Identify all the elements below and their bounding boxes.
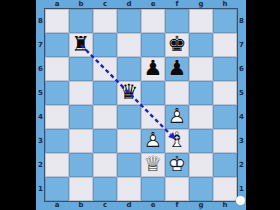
chess-board-frame: aabbccddeeffgghh8877665544332211 ♜♚♟♟♛♟♙… [36, 0, 246, 210]
square-e3[interactable] [141, 129, 165, 153]
rank-label-right-3: 3 [237, 129, 246, 153]
square-a6[interactable] [45, 57, 69, 81]
square-c2[interactable] [93, 153, 117, 177]
rank-label-right-2: 2 [237, 153, 246, 177]
square-f3[interactable] [165, 129, 189, 153]
square-f1[interactable] [165, 177, 189, 201]
square-h2[interactable] [213, 153, 237, 177]
square-d1[interactable] [117, 177, 141, 201]
square-a3[interactable] [45, 129, 69, 153]
square-b3[interactable] [69, 129, 93, 153]
square-c3[interactable] [93, 129, 117, 153]
square-h5[interactable] [213, 81, 237, 105]
square-g1[interactable] [189, 177, 213, 201]
square-a4[interactable] [45, 105, 69, 129]
rank-label-right-8: 8 [237, 9, 246, 33]
file-label-bottom-b: b [69, 201, 93, 210]
square-a8[interactable] [45, 9, 69, 33]
square-b8[interactable] [69, 9, 93, 33]
square-h8[interactable] [213, 9, 237, 33]
file-label-bottom-a: a [45, 201, 69, 210]
square-c6[interactable] [93, 57, 117, 81]
square-h3[interactable] [213, 129, 237, 153]
square-e7[interactable] [141, 33, 165, 57]
square-a2[interactable] [45, 153, 69, 177]
square-g8[interactable] [189, 9, 213, 33]
square-a7[interactable] [45, 33, 69, 57]
board-border: ♜♚♟♟♛♟♙♟♙♝♗♛♕♚♔ [44, 8, 238, 202]
square-g4[interactable] [189, 105, 213, 129]
square-d5[interactable] [117, 81, 141, 105]
square-a1[interactable] [45, 177, 69, 201]
square-c7[interactable] [93, 33, 117, 57]
square-b2[interactable] [69, 153, 93, 177]
square-g6[interactable] [189, 57, 213, 81]
square-c5[interactable] [93, 81, 117, 105]
square-b4[interactable] [69, 105, 93, 129]
file-label-bottom-h: h [213, 201, 237, 210]
square-d6[interactable] [117, 57, 141, 81]
square-d4[interactable] [117, 105, 141, 129]
square-d7[interactable] [117, 33, 141, 57]
square-g2[interactable] [189, 153, 213, 177]
square-e4[interactable] [141, 105, 165, 129]
rank-label-right-7: 7 [237, 33, 246, 57]
square-h1[interactable] [213, 177, 237, 201]
square-h4[interactable] [213, 105, 237, 129]
square-d2[interactable] [117, 153, 141, 177]
square-f8[interactable] [165, 9, 189, 33]
square-f6[interactable] [165, 57, 189, 81]
square-g7[interactable] [189, 33, 213, 57]
square-c8[interactable] [93, 9, 117, 33]
white-to-move-indicator [236, 196, 245, 205]
square-f5[interactable] [165, 81, 189, 105]
file-label-bottom-e: e [141, 201, 165, 210]
file-label-bottom-g: g [189, 201, 213, 210]
square-d8[interactable] [117, 9, 141, 33]
rank-label-right-5: 5 [237, 81, 246, 105]
square-c4[interactable] [93, 105, 117, 129]
square-c1[interactable] [93, 177, 117, 201]
square-g3[interactable] [189, 129, 213, 153]
square-e2[interactable] [141, 153, 165, 177]
file-label-bottom-d: d [117, 201, 141, 210]
square-h7[interactable] [213, 33, 237, 57]
file-label-bottom-f: f [165, 201, 189, 210]
square-e1[interactable] [141, 177, 165, 201]
square-f2[interactable] [165, 153, 189, 177]
square-e5[interactable] [141, 81, 165, 105]
square-a5[interactable] [45, 81, 69, 105]
board-grid [45, 9, 237, 201]
square-b1[interactable] [69, 177, 93, 201]
square-e8[interactable] [141, 9, 165, 33]
square-b5[interactable] [69, 81, 93, 105]
rank-label-right-6: 6 [237, 57, 246, 81]
square-b7[interactable] [69, 33, 93, 57]
square-f7[interactable] [165, 33, 189, 57]
square-f4[interactable] [165, 105, 189, 129]
screenshot-root: aabbccddeeffgghh8877665544332211 ♜♚♟♟♛♟♙… [0, 0, 280, 210]
square-b6[interactable] [69, 57, 93, 81]
square-g5[interactable] [189, 81, 213, 105]
square-d3[interactable] [117, 129, 141, 153]
square-h6[interactable] [213, 57, 237, 81]
rank-label-right-4: 4 [237, 105, 246, 129]
square-e6[interactable] [141, 57, 165, 81]
file-label-bottom-c: c [93, 201, 117, 210]
